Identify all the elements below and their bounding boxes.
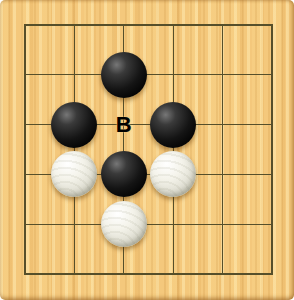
go-board: B (0, 0, 294, 300)
grid-line-horizontal (24, 273, 272, 274)
black-stone (150, 102, 196, 148)
grid-line-vertical (271, 24, 272, 274)
grid-line-vertical (222, 24, 223, 274)
grid-line-horizontal (24, 24, 272, 25)
black-stone (51, 102, 97, 148)
white-stone (51, 151, 97, 197)
grid-line-vertical (173, 24, 174, 274)
grid-line-horizontal (24, 74, 272, 75)
grid-line-horizontal (24, 224, 272, 225)
grid-line-vertical (24, 24, 25, 274)
point-label-B: B (116, 113, 132, 135)
grid-line-vertical (74, 24, 75, 274)
black-stone (101, 151, 147, 197)
white-stone (150, 151, 196, 197)
black-stone (101, 52, 147, 98)
white-stone (101, 201, 147, 247)
